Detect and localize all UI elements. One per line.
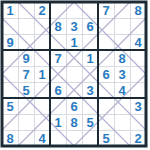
cell-r5c9[interactable] [130,66,146,82]
cell-r4c1[interactable] [2,50,18,66]
cell-r5c3[interactable]: 1 [34,66,50,82]
cell-r6c3[interactable] [34,82,50,98]
cell-r8c7[interactable] [98,114,114,130]
cell-r9c7[interactable]: 5 [98,130,114,146]
cell-r1c9[interactable]: 8 [130,2,146,18]
cell-r6c9[interactable] [130,82,146,98]
cell-r2c6[interactable]: 6 [82,18,98,34]
cell-r9c5[interactable] [66,130,82,146]
sudoku-board: 12788369149718716356345631858452 [0,0,150,150]
cell-r3c9[interactable]: 4 [130,34,146,50]
cell-r6c8[interactable]: 4 [114,82,130,98]
cell-r8c3[interactable] [34,114,50,130]
cell-r5c2[interactable]: 7 [18,66,34,82]
cell-r1c7[interactable]: 7 [98,2,114,18]
cell-r5c8[interactable]: 3 [114,66,130,82]
cell-r8c1[interactable] [2,114,18,130]
cell-r9c4[interactable] [50,130,66,146]
cell-r1c6[interactable] [82,2,98,18]
cell-r6c5[interactable] [66,82,82,98]
cell-r7c5[interactable]: 6 [66,98,82,114]
cell-r9c9[interactable]: 2 [130,130,146,146]
cell-r9c3[interactable]: 4 [34,130,50,146]
cell-r4c9[interactable] [130,50,146,66]
cell-r8c6[interactable]: 5 [82,114,98,130]
cell-r9c2[interactable] [18,130,34,146]
cell-r8c9[interactable] [130,114,146,130]
cell-r2c3[interactable] [34,18,50,34]
sudoku-grid: 12788369149718716356345631858452 [2,2,146,146]
cell-r1c1[interactable]: 1 [2,2,18,18]
cell-r4c8[interactable]: 8 [114,50,130,66]
cell-r6c1[interactable] [2,82,18,98]
cell-r6c2[interactable]: 5 [18,82,34,98]
cell-r1c5[interactable] [66,2,82,18]
cell-r2c5[interactable]: 3 [66,18,82,34]
cell-r9c6[interactable] [82,130,98,146]
cell-r1c2[interactable] [18,2,34,18]
cell-r2c8[interactable] [114,18,130,34]
cell-r2c1[interactable] [2,18,18,34]
cell-r3c7[interactable] [98,34,114,50]
cell-r2c2[interactable] [18,18,34,34]
cell-r3c2[interactable] [18,34,34,50]
cell-r7c6[interactable] [82,98,98,114]
cell-r8c8[interactable] [114,114,130,130]
cell-r7c3[interactable] [34,98,50,114]
cell-r7c1[interactable]: 5 [2,98,18,114]
cell-r7c4[interactable] [50,98,66,114]
cell-r9c1[interactable]: 8 [2,130,18,146]
cell-r5c4[interactable] [50,66,66,82]
cell-r1c8[interactable] [114,2,130,18]
cell-r7c9[interactable]: 3 [130,98,146,114]
cell-r4c6[interactable]: 1 [82,50,98,66]
puzzle-canvas: 12788369149718716356345631858452 [0,0,150,150]
cell-r5c5[interactable] [66,66,82,82]
cell-r5c6[interactable] [82,66,98,82]
cell-r4c2[interactable]: 9 [18,50,34,66]
cell-r3c6[interactable] [82,34,98,50]
cell-r3c8[interactable] [114,34,130,50]
cell-r7c8[interactable] [114,98,130,114]
cell-r4c5[interactable] [66,50,82,66]
cell-r4c7[interactable] [98,50,114,66]
cell-r6c6[interactable]: 3 [82,82,98,98]
cell-r1c3[interactable]: 2 [34,2,50,18]
cell-r6c7[interactable] [98,82,114,98]
cell-r6c4[interactable]: 6 [50,82,66,98]
cell-r9c8[interactable] [114,130,130,146]
cell-r2c9[interactable] [130,18,146,34]
cell-r3c1[interactable]: 9 [2,34,18,50]
cell-r3c4[interactable] [50,34,66,50]
cell-r2c4[interactable]: 8 [50,18,66,34]
cell-r8c2[interactable] [18,114,34,130]
cell-r8c4[interactable]: 1 [50,114,66,130]
cell-r5c1[interactable] [2,66,18,82]
cell-r1c4[interactable] [50,2,66,18]
cell-r7c2[interactable] [18,98,34,114]
cell-r3c3[interactable] [34,34,50,50]
cell-r7c7[interactable] [98,98,114,114]
cell-r3c5[interactable]: 1 [66,34,82,50]
cell-r4c4[interactable]: 7 [50,50,66,66]
cell-r5c7[interactable]: 6 [98,66,114,82]
cell-r4c3[interactable] [34,50,50,66]
cell-r8c5[interactable]: 8 [66,114,82,130]
cell-r2c7[interactable] [98,18,114,34]
